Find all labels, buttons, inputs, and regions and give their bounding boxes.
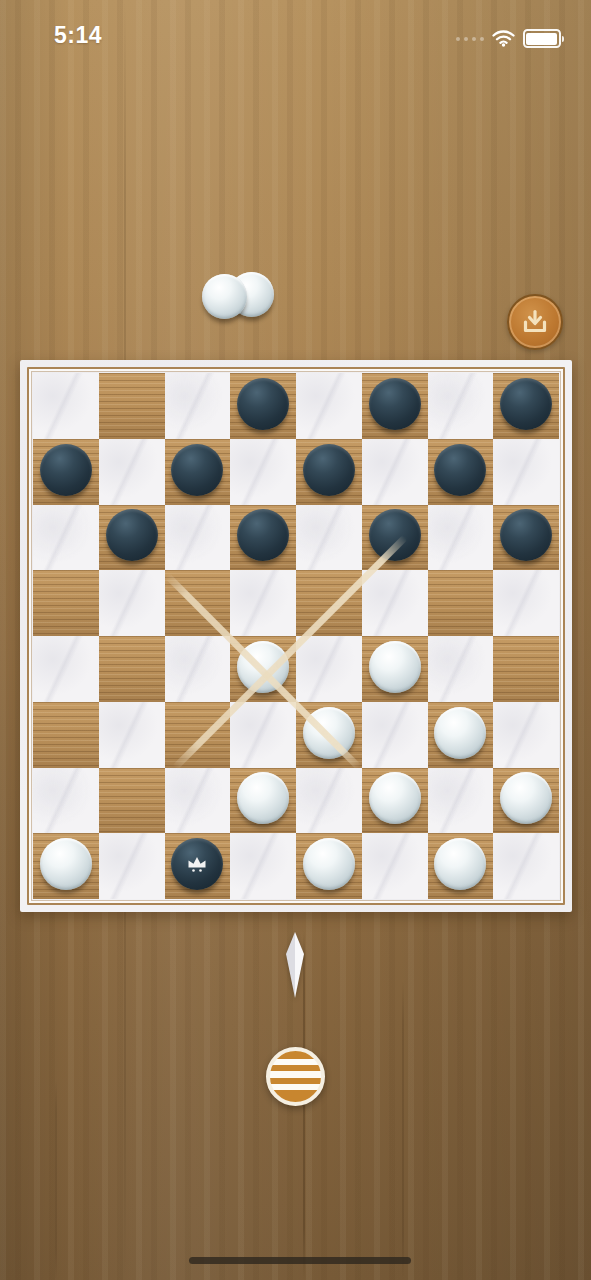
dark-man-c7[interactable] (171, 444, 223, 496)
square-h1[interactable] (493, 833, 559, 899)
captured-pieces-tray (202, 272, 277, 322)
turn-indicator-pointer (282, 931, 308, 999)
download-icon (520, 307, 550, 337)
wood-seam (402, 980, 404, 1280)
wood-seam (55, 1080, 57, 1280)
square-c3[interactable] (165, 702, 231, 768)
square-c4[interactable] (165, 636, 231, 702)
square-g2[interactable] (428, 768, 494, 834)
white-man-e1[interactable] (303, 838, 355, 890)
square-d3[interactable] (230, 702, 296, 768)
white-man-a1[interactable] (40, 838, 92, 890)
square-g4[interactable] (428, 636, 494, 702)
square-f5[interactable] (362, 570, 428, 636)
square-a5[interactable] (33, 570, 99, 636)
captured-white-piece (202, 274, 247, 319)
square-h4[interactable] (493, 636, 559, 702)
dark-man-e7[interactable] (303, 444, 355, 496)
dark-man-f6[interactable] (369, 509, 421, 561)
square-a3[interactable] (33, 702, 99, 768)
wifi-icon (492, 30, 515, 47)
app-screen: 5:14 (0, 0, 591, 1280)
dark-man-b6[interactable] (106, 509, 158, 561)
dark-man-f8[interactable] (369, 378, 421, 430)
dark-man-a7[interactable] (40, 444, 92, 496)
square-a2[interactable] (33, 768, 99, 834)
battery-icon (523, 29, 565, 48)
square-a8[interactable] (33, 373, 99, 439)
square-b3[interactable] (99, 702, 165, 768)
menu-button[interactable] (266, 1047, 325, 1106)
square-h5[interactable] (493, 570, 559, 636)
dark-man-h8[interactable] (500, 378, 552, 430)
white-man-g3[interactable] (434, 707, 486, 759)
square-e6[interactable] (296, 505, 362, 571)
square-g6[interactable] (428, 505, 494, 571)
white-man-f2[interactable] (369, 772, 421, 824)
board-grid (33, 373, 559, 899)
square-c2[interactable] (165, 768, 231, 834)
square-b4[interactable] (99, 636, 165, 702)
square-f3[interactable] (362, 702, 428, 768)
square-d5[interactable] (230, 570, 296, 636)
square-g5[interactable] (428, 570, 494, 636)
square-f7[interactable] (362, 439, 428, 505)
white-man-f4[interactable] (369, 641, 421, 693)
square-b5[interactable] (99, 570, 165, 636)
square-h3[interactable] (493, 702, 559, 768)
square-a6[interactable] (33, 505, 99, 571)
cellular-signal-icon (456, 37, 484, 41)
square-e8[interactable] (296, 373, 362, 439)
status-icons (456, 29, 565, 48)
home-indicator[interactable] (189, 1257, 411, 1264)
square-d1[interactable] (230, 833, 296, 899)
status-time: 5:14 (54, 22, 102, 49)
square-c8[interactable] (165, 373, 231, 439)
square-b8[interactable] (99, 373, 165, 439)
square-f1[interactable] (362, 833, 428, 899)
square-c6[interactable] (165, 505, 231, 571)
dark-man-g7[interactable] (434, 444, 486, 496)
dark-man-d8[interactable] (237, 378, 289, 430)
square-b2[interactable] (99, 768, 165, 834)
square-b1[interactable] (99, 833, 165, 899)
square-a4[interactable] (33, 636, 99, 702)
square-d7[interactable] (230, 439, 296, 505)
square-e2[interactable] (296, 768, 362, 834)
square-e5[interactable] (296, 570, 362, 636)
square-h7[interactable] (493, 439, 559, 505)
square-e4[interactable] (296, 636, 362, 702)
square-g8[interactable] (428, 373, 494, 439)
download-button[interactable] (507, 294, 563, 350)
king-crown-icon (184, 853, 210, 875)
checkers-board (20, 360, 572, 912)
square-b7[interactable] (99, 439, 165, 505)
